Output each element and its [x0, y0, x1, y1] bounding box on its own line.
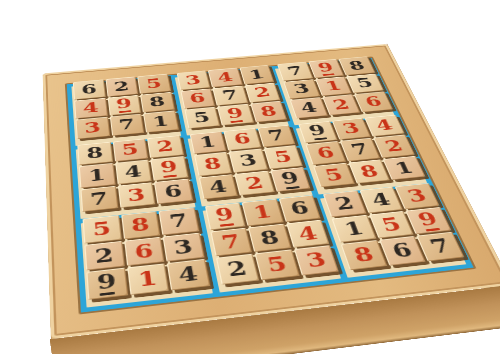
number-tile[interactable]: 6 — [354, 91, 393, 112]
number-tile[interactable]: 2 — [84, 241, 124, 271]
tile-digit: 8 — [258, 228, 281, 248]
number-tile[interactable]: 5 — [83, 215, 122, 243]
tile-digit: 5 — [265, 254, 289, 275]
number-tile[interactable]: 3 — [229, 149, 268, 173]
number-tile[interactable]: 2 — [245, 83, 281, 103]
tile-digit: 7 — [221, 89, 240, 103]
number-tile[interactable]: 7 — [210, 228, 252, 257]
tile-digit: 3 — [126, 186, 146, 204]
tile-digit: 1 — [247, 68, 266, 81]
number-tile[interactable]: 6 — [124, 237, 165, 267]
number-tile[interactable]: 4 — [365, 115, 405, 137]
number-tile[interactable]: 9 — [217, 104, 253, 125]
tile-digit: 6 — [232, 131, 252, 147]
tile-digit: 9 — [96, 271, 117, 296]
number-tile[interactable]: 1 — [127, 264, 169, 295]
cell-r3c5: 9 — [217, 109, 253, 130]
number-tile[interactable]: 4 — [198, 174, 237, 199]
tile-digit: 6 — [188, 91, 206, 105]
number-tile[interactable]: 6 — [223, 128, 261, 151]
number-tile[interactable]: 3 — [294, 246, 339, 276]
number-tile[interactable]: 8 — [194, 152, 232, 176]
tile-digit: 3 — [184, 73, 202, 86]
tile-digit: 8 — [86, 145, 104, 161]
tile-digit: 9 — [415, 210, 442, 232]
cell-r9c3: 4 — [167, 265, 210, 296]
number-tile[interactable]: 8 — [121, 211, 161, 239]
number-tile[interactable]: 4 — [167, 259, 210, 290]
tile-digit: 7 — [349, 142, 371, 158]
cell-r3c1: 3 — [76, 122, 110, 144]
cell-r9c7: 8 — [341, 246, 387, 276]
number-tile[interactable]: 3 — [75, 117, 109, 139]
number-tile[interactable]: 1 — [242, 199, 284, 226]
tile-digit: 4 — [177, 264, 199, 285]
cell-r9c9: 7 — [416, 238, 463, 267]
cell-r3c3: 1 — [143, 116, 178, 138]
scene: 6254983713416725987983154268521497361678… — [0, 0, 500, 354]
tile-digit: 8 — [148, 95, 166, 109]
box-2: 341672598 — [175, 69, 290, 135]
cell-r9c4: 2 — [216, 260, 260, 291]
number-tile[interactable]: 1 — [239, 65, 274, 84]
tile-digit: 4 — [296, 224, 319, 243]
sudoku-grid: 6254983713416725987983154268521497361678… — [67, 58, 474, 313]
cell-r6c8: 8 — [348, 165, 390, 190]
tile-digit: 1 — [137, 268, 159, 289]
tile-digit: 5 — [145, 77, 162, 90]
number-tile[interactable]: 5 — [184, 107, 220, 129]
number-tile[interactable]: 2 — [105, 77, 138, 97]
tile-digit: 7 — [118, 117, 136, 132]
number-tile[interactable]: 5 — [112, 138, 148, 161]
tile-digit: 6 — [288, 199, 311, 217]
tile-digit: 5 — [121, 142, 139, 158]
tile-digit: 5 — [273, 149, 294, 165]
number-tile[interactable]: 1 — [143, 111, 178, 133]
cell-r3c9: 6 — [354, 97, 392, 118]
cell-r9c8: 6 — [379, 242, 426, 272]
cell-r6c6: 9 — [270, 173, 311, 198]
number-tile[interactable]: 9 — [308, 59, 344, 78]
tile-digit: 5 — [355, 77, 375, 90]
number-tile[interactable]: 4 — [115, 160, 152, 185]
cell-r6c1: 7 — [81, 191, 118, 217]
box-4: 852149736 — [76, 139, 195, 219]
box-9: 243159867 — [320, 187, 466, 278]
tile-digit: 4 — [124, 163, 143, 180]
tile-digit: 3 — [292, 82, 312, 96]
tile-digit: 6 — [163, 182, 183, 200]
number-tile[interactable]: 1 — [79, 163, 115, 188]
tile-digit: 9 — [225, 106, 245, 123]
number-tile[interactable]: 2 — [216, 254, 260, 285]
number-tile[interactable]: 5 — [255, 250, 300, 280]
tile-digit: 6 — [390, 241, 416, 261]
number-tile[interactable]: 6 — [279, 195, 321, 222]
tile-digit: 2 — [156, 139, 175, 155]
product-photo-wooden-sudoku: 6254983713416725987983154268521497361678… — [0, 0, 500, 354]
tile-digit: 5 — [323, 167, 345, 184]
number-tile[interactable]: 2 — [147, 135, 184, 158]
number-tile[interactable]: 3 — [176, 70, 210, 90]
number-tile[interactable]: 6 — [306, 141, 346, 165]
tile-digit: 1 — [392, 160, 415, 177]
tile-digit: 7 — [220, 232, 242, 252]
number-tile[interactable]: 4 — [286, 220, 330, 248]
tile-digit: 1 — [342, 219, 366, 238]
tile-digit: 3 — [304, 250, 328, 271]
tile-digit: 2 — [94, 246, 114, 266]
box-3: 798315426 — [275, 60, 395, 125]
number-tile[interactable]: 2 — [374, 135, 415, 158]
number-tile[interactable]: 9 — [298, 121, 337, 143]
number-tile[interactable]: 7 — [277, 62, 313, 81]
cell-r6c3: 6 — [154, 184, 193, 210]
number-tile[interactable]: 6 — [154, 179, 193, 205]
board-inset: 6254983713416725987983154268521497361678… — [65, 57, 477, 315]
tile-digit: 2 — [113, 80, 130, 94]
tile-digit: 6 — [315, 145, 337, 161]
tile-digit: 3 — [341, 121, 362, 136]
number-tile[interactable]: 5 — [264, 145, 303, 169]
number-tile[interactable]: 8 — [77, 142, 112, 166]
tile-digit: 1 — [198, 135, 218, 151]
number-tile[interactable]: 7 — [257, 125, 295, 148]
number-tile[interactable]: 2 — [323, 191, 366, 218]
cell-r6c2: 3 — [118, 188, 156, 214]
tile-digit: 3 — [238, 152, 259, 168]
tile-digit: 1 — [324, 79, 344, 93]
tile-digit: 2 — [226, 259, 249, 280]
tile-digit: 4 — [374, 118, 396, 133]
tile-digit: 6 — [363, 95, 384, 109]
number-tile[interactable]: 3 — [117, 182, 155, 208]
number-tile[interactable]: 5 — [137, 74, 170, 94]
tile-digit: 7 — [286, 65, 305, 78]
cell-r3c4: 5 — [184, 112, 220, 134]
cell-r9c6: 3 — [294, 251, 339, 281]
tile-digit: 2 — [383, 138, 406, 154]
number-tile[interactable]: 9 — [86, 268, 127, 300]
cell-r6c9: 1 — [382, 161, 424, 185]
number-tile[interactable]: 7 — [212, 85, 247, 105]
cell-r3c7: 4 — [290, 103, 327, 124]
cell-r3c8: 2 — [322, 100, 360, 121]
tile-digit: 9 — [214, 206, 236, 228]
tile-digit: 7 — [168, 212, 189, 231]
box-8: 916784253 — [202, 199, 341, 292]
tile-digit: 7 — [266, 128, 286, 143]
cell-r9c1: 9 — [87, 274, 128, 306]
box-5: 167835429 — [187, 129, 313, 207]
number-tile[interactable]: 1 — [189, 131, 226, 154]
tile-digit: 8 — [130, 216, 150, 235]
number-tile[interactable]: 4 — [290, 97, 328, 118]
number-tile[interactable]: 3 — [284, 79, 321, 99]
tile-digit: 8 — [259, 104, 279, 119]
tile-digit: 9 — [279, 170, 302, 190]
cell-r6c7: 5 — [313, 168, 354, 193]
number-tile[interactable]: 7 — [159, 208, 199, 236]
tile-digit: 8 — [203, 156, 223, 173]
number-tile[interactable]: 1 — [383, 156, 426, 180]
number-tile[interactable]: 3 — [163, 233, 204, 262]
tile-digit: 2 — [253, 86, 272, 100]
tile-digit: 8 — [351, 245, 376, 265]
tile-digit: 4 — [216, 71, 234, 84]
cell-r3c6: 8 — [250, 106, 287, 127]
cell-r3c2: 7 — [110, 119, 145, 141]
cell-r6c4: 4 — [199, 180, 238, 206]
tile-digit: 5 — [193, 110, 212, 125]
number-tile[interactable]: 4 — [208, 68, 243, 87]
tile-digit: 7 — [89, 190, 108, 208]
tile-digit: 2 — [244, 174, 265, 191]
tile-digit: 1 — [251, 203, 273, 222]
number-tile[interactable]: 6 — [73, 79, 105, 99]
tile-digit: 1 — [152, 114, 170, 129]
cell-r9c5: 5 — [255, 256, 299, 286]
number-tile[interactable]: 5 — [346, 73, 383, 93]
tile-digit: 4 — [369, 191, 393, 209]
number-tile[interactable]: 9 — [270, 167, 311, 192]
number-tile[interactable]: 2 — [234, 171, 274, 196]
tile-digit: 5 — [379, 215, 404, 234]
number-tile[interactable]: 7 — [80, 186, 117, 212]
tile-digit: 1 — [88, 167, 107, 184]
number-tile[interactable]: 9 — [107, 95, 141, 116]
cell-r6c5: 2 — [234, 176, 274, 201]
number-tile[interactable]: 8 — [339, 56, 375, 75]
tile-digit: 9 — [115, 97, 133, 113]
tile-digit: 7 — [427, 237, 453, 257]
sudoku-board: 6254983713416725987983154268521497361678… — [43, 44, 500, 339]
tile-digit: 6 — [133, 241, 154, 261]
tile-digit: 5 — [92, 220, 112, 239]
tile-digit: 9 — [307, 123, 329, 141]
box-6: 934672581 — [296, 119, 428, 195]
tile-digit: 9 — [159, 159, 179, 178]
number-tile[interactable]: 9 — [150, 156, 188, 180]
number-tile[interactable]: 9 — [205, 203, 246, 230]
tile-digit: 2 — [331, 98, 352, 112]
cell-r9c2: 1 — [127, 269, 169, 300]
tile-digit: 8 — [358, 163, 381, 180]
tile-digit: 3 — [84, 120, 101, 135]
tile-digit: 8 — [347, 59, 367, 72]
number-tile[interactable]: 7 — [109, 114, 144, 136]
tile-digit: 4 — [82, 101, 99, 115]
number-tile[interactable]: 4 — [74, 98, 107, 119]
number-tile[interactable]: 8 — [250, 101, 287, 122]
tile-digit: 2 — [333, 195, 356, 213]
box-7: 587263914 — [81, 212, 213, 308]
tile-digit: 4 — [299, 101, 319, 115]
tile-digit: 3 — [172, 237, 194, 257]
tile-digit: 4 — [208, 178, 229, 195]
number-tile[interactable]: 6 — [180, 88, 215, 108]
number-tile[interactable]: 8 — [248, 224, 291, 253]
tile-digit: 3 — [405, 187, 429, 205]
number-tile[interactable]: 3 — [395, 183, 439, 209]
number-tile[interactable]: 8 — [140, 92, 174, 113]
tile-digit: 6 — [81, 83, 98, 97]
tile-digit: 9 — [316, 61, 336, 76]
